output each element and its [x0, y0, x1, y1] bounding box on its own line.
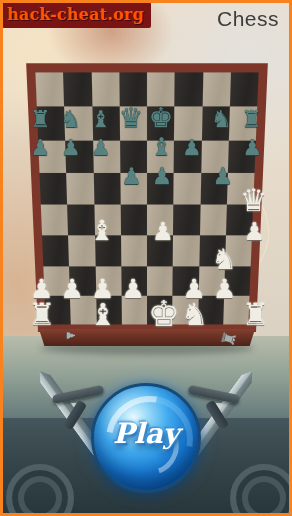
board-square: [65, 140, 93, 173]
board-square: [198, 296, 224, 325]
board-square: [120, 173, 147, 205]
corner-swirl-ornament: [6, 464, 74, 516]
board-square: [119, 107, 147, 140]
board-square: [198, 266, 225, 296]
board-square: [94, 205, 121, 236]
watermark-banner: hack-cheat.org: [2, 2, 151, 28]
play-button[interactable]: Play: [91, 383, 201, 493]
board-square: [93, 173, 120, 205]
chess-app-screen: ♜♞♝♛♚♞♜♟♟♟♝♟♟♟♟♟♛♝♟♟♞♟♟♟♟♟♟♜♝♚♞♜♜♟ Play …: [0, 0, 292, 516]
board-square: [173, 266, 199, 296]
board-square: [121, 296, 147, 325]
board-square: [199, 205, 226, 236]
board-square: [230, 72, 259, 106]
board-square: [69, 266, 96, 296]
board-square: [121, 266, 147, 296]
board-square: [119, 72, 147, 106]
page-title: Chess: [217, 7, 279, 31]
board-square: [201, 140, 229, 173]
board-square: [95, 266, 121, 296]
board-square: [173, 236, 200, 266]
board-square: [174, 173, 201, 205]
board-square: [226, 205, 254, 236]
board-square: [200, 173, 228, 205]
board-square: [93, 140, 121, 173]
board-square: [42, 236, 69, 266]
board-square: [174, 140, 202, 173]
board-square: [67, 205, 94, 236]
board-square: [91, 72, 119, 106]
board-square: [92, 107, 120, 140]
board-square: [147, 140, 174, 173]
board-square: [63, 72, 92, 106]
board-square: [43, 266, 70, 296]
board-square: [224, 266, 251, 296]
board-square: [229, 107, 258, 140]
board-square: [172, 296, 198, 325]
board-square: [120, 205, 147, 236]
board-square: [147, 107, 175, 140]
board-square: [147, 266, 173, 296]
board-square: [37, 107, 66, 140]
board-square: [223, 296, 250, 325]
board-square: [147, 205, 174, 236]
board-square: [227, 173, 255, 205]
board-square: [147, 72, 175, 106]
board-front-edge: [39, 329, 255, 346]
board-square: [38, 140, 66, 173]
play-button-label: Play: [94, 417, 198, 450]
board-square: [147, 173, 174, 205]
chess-board: [26, 63, 268, 332]
board-square: [96, 296, 122, 325]
board-square: [120, 140, 147, 173]
corner-swirl-ornament: [230, 464, 292, 516]
board-square: [95, 236, 122, 266]
board-square: [174, 107, 202, 140]
board-square: [173, 205, 200, 236]
board-square: [201, 107, 229, 140]
board-square: [70, 296, 96, 325]
board-grid: [35, 72, 258, 324]
board-square: [121, 236, 147, 266]
board-square: [68, 236, 95, 266]
board-square: [202, 72, 231, 106]
board-square: [228, 140, 256, 173]
board-square: [147, 236, 173, 266]
board-square: [147, 296, 173, 325]
board-square: [45, 296, 72, 325]
board-square: [35, 72, 64, 106]
board-square: [225, 236, 252, 266]
board-square: [64, 107, 92, 140]
board-square: [39, 173, 67, 205]
board-square: [175, 72, 203, 106]
board-square: [199, 236, 226, 266]
board-square: [66, 173, 94, 205]
board-square: [41, 205, 69, 236]
